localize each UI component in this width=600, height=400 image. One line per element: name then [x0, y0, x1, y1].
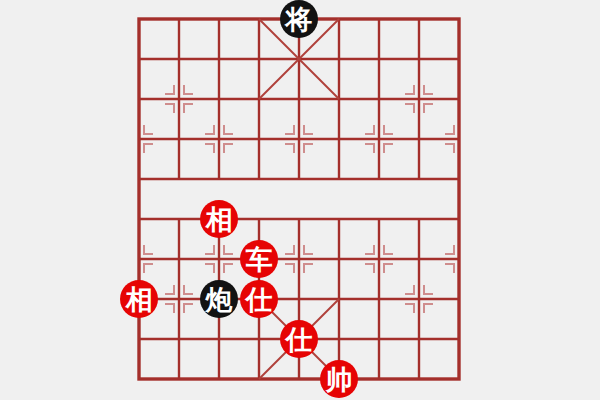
piece-black-cannon[interactable]: 炮 [200, 280, 238, 318]
piece-red-general[interactable]: 帅 [320, 360, 358, 398]
piece-glyph: 仕 [246, 287, 273, 314]
piece-glyph: 车 [246, 247, 273, 274]
piece-glyph: 仕 [286, 327, 313, 354]
piece-red-elephant-1[interactable]: 相 [200, 200, 238, 238]
piece-red-advisor-1[interactable]: 仕 [240, 280, 278, 318]
piece-glyph: 相 [206, 207, 233, 234]
piece-black-general[interactable]: 将 [280, 0, 318, 38]
piece-red-advisor-2[interactable]: 仕 [280, 320, 318, 358]
piece-red-elephant-2[interactable]: 相 [120, 280, 158, 318]
piece-glyph: 炮 [206, 287, 233, 314]
xiangqi-board-screenshot: 将相车相炮仕仕帅 [0, 0, 600, 400]
piece-glyph: 相 [126, 287, 153, 314]
piece-glyph: 帅 [326, 367, 353, 394]
piece-red-chariot[interactable]: 车 [240, 240, 278, 278]
pieces-layer: 将相车相炮仕仕帅 [0, 0, 600, 400]
piece-glyph: 将 [286, 7, 313, 34]
